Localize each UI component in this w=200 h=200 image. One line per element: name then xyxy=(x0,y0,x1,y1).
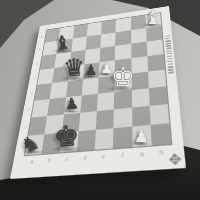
chess-piece-black-knight: ♞ xyxy=(13,129,48,159)
chess-piece-black-pawn: ♟ xyxy=(80,63,102,77)
chess-piece-white-pawn: ♟ xyxy=(96,61,118,76)
chess-piece-white-pawn: ♟ xyxy=(129,128,155,145)
piece-shadow xyxy=(106,86,137,92)
chess-piece-black-pawn: ♟ xyxy=(59,96,83,113)
piece-shadow xyxy=(60,76,88,81)
piece-shadow xyxy=(142,23,164,27)
piece-shadow xyxy=(62,110,80,113)
pieces-layer: ♝♝♟♟♛♚♟♟♚♞ xyxy=(0,0,200,200)
piece-shadow xyxy=(98,73,115,76)
chess-piece-white-king: ♚ xyxy=(103,64,143,91)
chess-piece-black-king: ♚ xyxy=(44,121,90,153)
piece-shadow xyxy=(52,49,74,53)
chess-piece-white-bishop: ♝ xyxy=(139,8,168,27)
piece-shadow xyxy=(82,75,99,78)
piece-shadow xyxy=(131,142,151,146)
piece-shadow xyxy=(21,150,44,154)
chess-piece-black-bishop: ♝ xyxy=(48,32,78,54)
chess-piece-black-queen: ♛ xyxy=(56,55,94,81)
piece-shadow xyxy=(50,146,83,152)
chessboard-photo: abcdefgh 87654321 ✥ ♝♝♟♟♛♚♟♟♚♞ xyxy=(0,0,200,200)
